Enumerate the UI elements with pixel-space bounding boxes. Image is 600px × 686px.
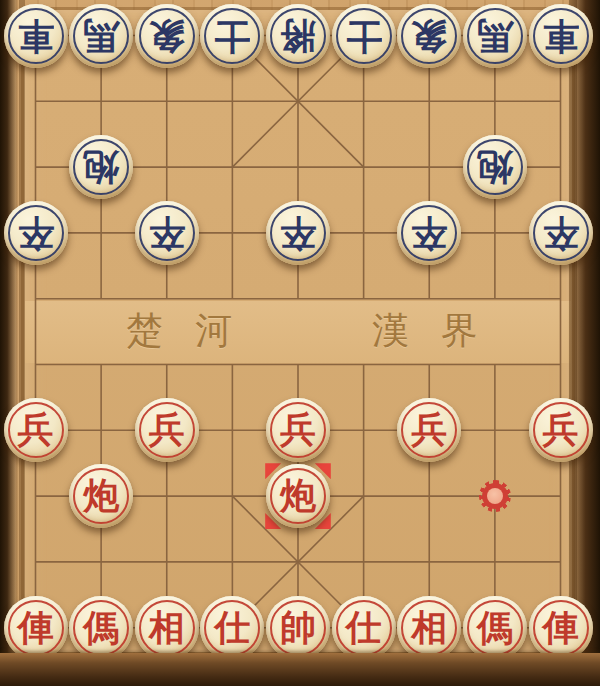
piece-glyph: 卒 (411, 215, 447, 251)
piece-glyph: 卒 (280, 215, 316, 251)
piece-red-advisor[interactable]: 仕 (200, 596, 264, 660)
piece-glyph: 傌 (477, 610, 513, 646)
piece-glyph: 炮 (477, 149, 513, 185)
piece-red-soldier[interactable]: 兵 (4, 398, 68, 462)
piece-glyph: 將 (280, 18, 316, 54)
piece-black-advisor[interactable]: 士 (332, 4, 396, 68)
piece-glyph: 炮 (83, 478, 119, 514)
piece-glyph: 象 (149, 18, 185, 54)
board-border-right (569, 0, 577, 660)
piece-red-cannon[interactable]: 炮 (266, 464, 330, 528)
piece-red-rook[interactable]: 俥 (4, 596, 68, 660)
piece-glyph: 仕 (346, 610, 382, 646)
piece-glyph: 兵 (280, 412, 316, 448)
piece-glyph: 馬 (83, 18, 119, 54)
piece-red-advisor[interactable]: 仕 (332, 596, 396, 660)
piece-glyph: 傌 (83, 610, 119, 646)
piece-black-horse[interactable]: 馬 (463, 4, 527, 68)
piece-black-soldier[interactable]: 卒 (4, 201, 68, 265)
piece-glyph: 卒 (543, 215, 579, 251)
piece-red-soldier[interactable]: 兵 (529, 398, 593, 462)
board-border-left (19, 0, 25, 660)
move-origin-marker (479, 480, 511, 512)
piece-black-soldier[interactable]: 卒 (266, 201, 330, 265)
xiangqi-board: 楚河 漢界 車馬象士將士象馬車炮炮卒卒卒卒卒兵兵兵兵兵炮炮俥傌相仕帥仕相傌俥 (0, 0, 600, 686)
piece-glyph: 相 (411, 610, 447, 646)
piece-black-horse[interactable]: 馬 (69, 4, 133, 68)
piece-black-cannon[interactable]: 炮 (69, 135, 133, 199)
piece-red-horse[interactable]: 傌 (69, 596, 133, 660)
piece-red-general[interactable]: 帥 (266, 596, 330, 660)
piece-black-general[interactable]: 將 (266, 4, 330, 68)
piece-glyph: 象 (411, 18, 447, 54)
piece-glyph: 馬 (477, 18, 513, 54)
piece-glyph: 俥 (18, 610, 54, 646)
piece-red-soldier[interactable]: 兵 (135, 398, 199, 462)
piece-red-rook[interactable]: 俥 (529, 596, 593, 660)
piece-red-cannon[interactable]: 炮 (69, 464, 133, 528)
piece-black-rook[interactable]: 車 (4, 4, 68, 68)
piece-glyph: 俥 (543, 610, 579, 646)
piece-red-elephant[interactable]: 相 (135, 596, 199, 660)
piece-black-cannon[interactable]: 炮 (463, 135, 527, 199)
piece-glyph: 仕 (214, 610, 250, 646)
piece-glyph: 炮 (280, 478, 316, 514)
piece-glyph: 兵 (411, 412, 447, 448)
piece-black-soldier[interactable]: 卒 (529, 201, 593, 265)
piece-glyph: 兵 (18, 412, 54, 448)
piece-glyph: 帥 (280, 610, 316, 646)
frame-bottom-edge (0, 653, 600, 686)
piece-black-rook[interactable]: 車 (529, 4, 593, 68)
piece-glyph: 車 (18, 18, 54, 54)
piece-red-soldier[interactable]: 兵 (266, 398, 330, 462)
board-grid-lines (0, 0, 600, 686)
piece-black-soldier[interactable]: 卒 (397, 201, 461, 265)
piece-red-elephant[interactable]: 相 (397, 596, 461, 660)
piece-black-elephant[interactable]: 象 (135, 4, 199, 68)
piece-glyph: 士 (346, 18, 382, 54)
piece-glyph: 炮 (83, 149, 119, 185)
piece-glyph: 車 (543, 18, 579, 54)
piece-black-elephant[interactable]: 象 (397, 4, 461, 68)
piece-glyph: 相 (149, 610, 185, 646)
piece-black-soldier[interactable]: 卒 (135, 201, 199, 265)
piece-glyph: 卒 (149, 215, 185, 251)
piece-glyph: 兵 (543, 412, 579, 448)
piece-glyph: 士 (214, 18, 250, 54)
piece-red-horse[interactable]: 傌 (463, 596, 527, 660)
piece-black-advisor[interactable]: 士 (200, 4, 264, 68)
piece-glyph: 卒 (18, 215, 54, 251)
piece-glyph: 兵 (149, 412, 185, 448)
